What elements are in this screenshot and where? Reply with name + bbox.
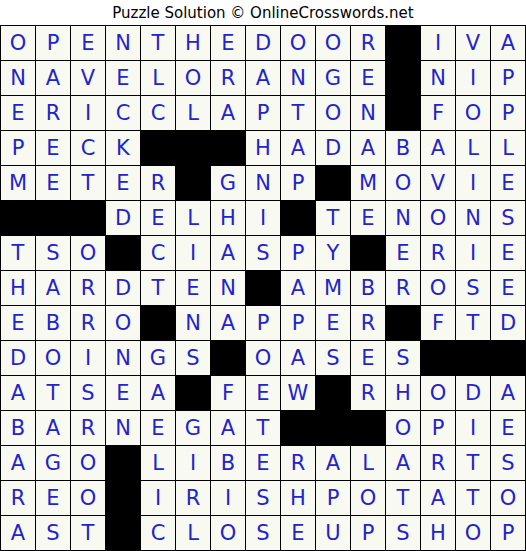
letter-cell-r2c13: N xyxy=(421,61,455,95)
block-cell-r6c2 xyxy=(36,201,70,235)
letter-cell-r5c12: O xyxy=(386,166,420,200)
letter-cell-r4c14: L xyxy=(456,131,490,165)
letter-cell-r1c3: E xyxy=(71,26,105,60)
letter-cell-r12c1: B xyxy=(1,411,35,445)
letter-cell-r15c2: S xyxy=(36,516,70,550)
block-cell-r4c5 xyxy=(141,131,175,165)
letter-cell-r10c5: G xyxy=(141,341,175,375)
letter-cell-r9c11: R xyxy=(351,306,385,340)
letter-cell-r13c6: I xyxy=(176,446,210,480)
letter-cell-r2c1: N xyxy=(1,61,35,95)
block-cell-r2c12 xyxy=(386,61,420,95)
letter-cell-r6c12: N xyxy=(386,201,420,235)
letter-cell-r5c4: E xyxy=(106,166,140,200)
block-cell-r9c5 xyxy=(141,306,175,340)
block-cell-r9c12 xyxy=(386,306,420,340)
letter-cell-r8c1: H xyxy=(1,271,35,305)
letter-cell-r6c15: S xyxy=(491,201,525,235)
letter-cell-r9c3: R xyxy=(71,306,105,340)
block-cell-r4c6 xyxy=(176,131,210,165)
letter-cell-r7c12: E xyxy=(386,236,420,270)
letter-cell-r10c8: O xyxy=(246,341,280,375)
letter-cell-r7c9: P xyxy=(281,236,315,270)
letter-cell-r15c13: H xyxy=(421,516,455,550)
letter-cell-r15c3: T xyxy=(71,516,105,550)
letter-cell-r2c3: V xyxy=(71,61,105,95)
letter-cell-r3c2: R xyxy=(36,96,70,130)
block-cell-r6c1 xyxy=(1,201,35,235)
letter-cell-r9c9: P xyxy=(281,306,315,340)
block-cell-r6c9 xyxy=(281,201,315,235)
letter-cell-r14c3: O xyxy=(71,481,105,515)
letter-cell-r10c6: S xyxy=(176,341,210,375)
letter-cell-r4c2: E xyxy=(36,131,70,165)
letter-cell-r9c1: E xyxy=(1,306,35,340)
letter-cell-r15c8: S xyxy=(246,516,280,550)
letter-cell-r1c8: D xyxy=(246,26,280,60)
letter-cell-r9c14: T xyxy=(456,306,490,340)
letter-cell-r6c4: D xyxy=(106,201,140,235)
letter-cell-r14c13: A xyxy=(421,481,455,515)
block-cell-r7c11 xyxy=(351,236,385,270)
block-cell-r5c10 xyxy=(316,166,350,200)
block-cell-r6c3 xyxy=(71,201,105,235)
letter-cell-r11c12: H xyxy=(386,376,420,410)
letter-cell-r2c2: A xyxy=(36,61,70,95)
letter-cell-r3c6: L xyxy=(176,96,210,130)
letter-cell-r14c15: O xyxy=(491,481,525,515)
letter-cell-r5c3: T xyxy=(71,166,105,200)
letter-cell-r5c13: V xyxy=(421,166,455,200)
letter-cell-r15c5: C xyxy=(141,516,175,550)
letter-cell-r15c9: E xyxy=(281,516,315,550)
letter-cell-r12c14: I xyxy=(456,411,490,445)
letter-cell-r2c8: A xyxy=(246,61,280,95)
letter-cell-r11c7: F xyxy=(211,376,245,410)
letter-cell-r4c1: P xyxy=(1,131,35,165)
letter-cell-r1c15: A xyxy=(491,26,525,60)
block-cell-r10c13 xyxy=(421,341,455,375)
letter-cell-r13c13: R xyxy=(421,446,455,480)
block-cell-r14c4 xyxy=(106,481,140,515)
letter-cell-r8c4: D xyxy=(106,271,140,305)
letter-cell-r9c15: D xyxy=(491,306,525,340)
letter-cell-r14c9: H xyxy=(281,481,315,515)
letter-cell-r2c7: R xyxy=(211,61,245,95)
letter-cell-r13c12: A xyxy=(386,446,420,480)
letter-cell-r8c5: T xyxy=(141,271,175,305)
letter-cell-r7c6: I xyxy=(176,236,210,270)
letter-cell-r10c9: A xyxy=(281,341,315,375)
letter-cell-r13c11: L xyxy=(351,446,385,480)
letter-cell-r4c12: B xyxy=(386,131,420,165)
letter-cell-r11c15: A xyxy=(491,376,525,410)
block-cell-r10c7 xyxy=(211,341,245,375)
block-cell-r7c4 xyxy=(106,236,140,270)
letter-cell-r13c15: S xyxy=(491,446,525,480)
letter-cell-r1c13: I xyxy=(421,26,455,60)
letter-cell-r10c12: S xyxy=(386,341,420,375)
block-cell-r13c4 xyxy=(106,446,140,480)
letter-cell-r2c5: L xyxy=(141,61,175,95)
letter-cell-r3c3: I xyxy=(71,96,105,130)
block-cell-r12c10 xyxy=(316,411,350,445)
letter-cell-r10c10: S xyxy=(316,341,350,375)
letter-cell-r4c15: L xyxy=(491,131,525,165)
letter-cell-r15c14: O xyxy=(456,516,490,550)
letter-cell-r3c14: O xyxy=(456,96,490,130)
letter-cell-r3c15: P xyxy=(491,96,525,130)
letter-cell-r6c14: N xyxy=(456,201,490,235)
letter-cell-r1c14: V xyxy=(456,26,490,60)
block-cell-r11c6 xyxy=(176,376,210,410)
letter-cell-r15c10: U xyxy=(316,516,350,550)
letter-cell-r15c6: L xyxy=(176,516,210,550)
letter-cell-r5c1: M xyxy=(1,166,35,200)
letter-cell-r11c9: W xyxy=(281,376,315,410)
title-bar: Puzzle Solution © OnlineCrosswords.net xyxy=(0,0,526,25)
letter-cell-r13c10: A xyxy=(316,446,350,480)
block-cell-r12c11 xyxy=(351,411,385,445)
letter-cell-r8c6: E xyxy=(176,271,210,305)
letter-cell-r6c7: H xyxy=(211,201,245,235)
letter-cell-r3c9: T xyxy=(281,96,315,130)
block-cell-r4c7 xyxy=(211,131,245,165)
letter-cell-r10c3: I xyxy=(71,341,105,375)
letter-cell-r14c7: I xyxy=(211,481,245,515)
letter-cell-r9c4: O xyxy=(106,306,140,340)
letter-cell-r14c6: R xyxy=(176,481,210,515)
letter-cell-r6c6: L xyxy=(176,201,210,235)
letter-cell-r10c4: N xyxy=(106,341,140,375)
letter-cell-r15c11: P xyxy=(351,516,385,550)
letter-cell-r2c10: G xyxy=(316,61,350,95)
page-title: Puzzle Solution © OnlineCrosswords.net xyxy=(112,4,413,22)
letter-cell-r4c4: K xyxy=(106,131,140,165)
letter-cell-r12c13: P xyxy=(421,411,455,445)
letter-cell-r3c10: O xyxy=(316,96,350,130)
letter-cell-r1c11: R xyxy=(351,26,385,60)
puzzle-solution-page: Puzzle Solution © OnlineCrosswords.net O… xyxy=(0,0,526,551)
letter-cell-r9c8: P xyxy=(246,306,280,340)
letter-cell-r14c10: P xyxy=(316,481,350,515)
letter-cell-r8c3: R xyxy=(71,271,105,305)
letter-cell-r12c8: T xyxy=(246,411,280,445)
letter-cell-r5c5: R xyxy=(141,166,175,200)
letter-cell-r4c9: A xyxy=(281,131,315,165)
letter-cell-r7c15: E xyxy=(491,236,525,270)
letter-cell-r13c14: T xyxy=(456,446,490,480)
letter-cell-r1c7: E xyxy=(211,26,245,60)
letter-cell-r1c5: T xyxy=(141,26,175,60)
letter-cell-r7c7: A xyxy=(211,236,245,270)
letter-cell-r3c4: C xyxy=(106,96,140,130)
letter-cell-r1c4: N xyxy=(106,26,140,60)
letter-cell-r2c14: I xyxy=(456,61,490,95)
crossword-grid: OPENTHEDOORIVANAVELORANGENIPERICCLAPTONF… xyxy=(0,25,526,551)
letter-cell-r10c2: O xyxy=(36,341,70,375)
letter-cell-r13c5: L xyxy=(141,446,175,480)
letter-cell-r11c5: A xyxy=(141,376,175,410)
letter-cell-r5c11: M xyxy=(351,166,385,200)
letter-cell-r11c4: E xyxy=(106,376,140,410)
letter-cell-r11c13: O xyxy=(421,376,455,410)
letter-cell-r3c7: A xyxy=(211,96,245,130)
letter-cell-r5c7: G xyxy=(211,166,245,200)
letter-cell-r14c11: O xyxy=(351,481,385,515)
letter-cell-r7c10: Y xyxy=(316,236,350,270)
letter-cell-r14c2: E xyxy=(36,481,70,515)
letter-cell-r15c12: S xyxy=(386,516,420,550)
letter-cell-r8c13: O xyxy=(421,271,455,305)
letter-cell-r13c9: R xyxy=(281,446,315,480)
letter-cell-r11c8: E xyxy=(246,376,280,410)
letter-cell-r8c11: B xyxy=(351,271,385,305)
letter-cell-r7c13: R xyxy=(421,236,455,270)
letter-cell-r7c14: I xyxy=(456,236,490,270)
letter-cell-r9c10: E xyxy=(316,306,350,340)
letter-cell-r8c7: N xyxy=(211,271,245,305)
letter-cell-r6c5: E xyxy=(141,201,175,235)
letter-cell-r2c11: E xyxy=(351,61,385,95)
block-cell-r1c12 xyxy=(386,26,420,60)
letter-cell-r1c6: H xyxy=(176,26,210,60)
letter-cell-r14c12: T xyxy=(386,481,420,515)
letter-cell-r7c3: O xyxy=(71,236,105,270)
letter-cell-r13c3: O xyxy=(71,446,105,480)
letter-cell-r7c2: S xyxy=(36,236,70,270)
letter-cell-r5c15: E xyxy=(491,166,525,200)
letter-cell-r9c2: B xyxy=(36,306,70,340)
letter-cell-r5c14: I xyxy=(456,166,490,200)
letter-cell-r3c8: P xyxy=(246,96,280,130)
letter-cell-r3c13: F xyxy=(421,96,455,130)
letter-cell-r8c9: A xyxy=(281,271,315,305)
letter-cell-r15c7: O xyxy=(211,516,245,550)
letter-cell-r12c12: O xyxy=(386,411,420,445)
letter-cell-r2c4: E xyxy=(106,61,140,95)
letter-cell-r4c8: H xyxy=(246,131,280,165)
letter-cell-r3c11: N xyxy=(351,96,385,130)
letter-cell-r2c15: P xyxy=(491,61,525,95)
letter-cell-r6c8: I xyxy=(246,201,280,235)
letter-cell-r9c7: A xyxy=(211,306,245,340)
letter-cell-r14c5: I xyxy=(141,481,175,515)
letter-cell-r6c11: E xyxy=(351,201,385,235)
letter-cell-r4c3: C xyxy=(71,131,105,165)
letter-cell-r5c9: P xyxy=(281,166,315,200)
letter-cell-r1c1: O xyxy=(1,26,35,60)
letter-cell-r14c1: R xyxy=(1,481,35,515)
letter-cell-r6c10: T xyxy=(316,201,350,235)
block-cell-r10c15 xyxy=(491,341,525,375)
letter-cell-r9c6: N xyxy=(176,306,210,340)
letter-cell-r8c12: R xyxy=(386,271,420,305)
block-cell-r8c8 xyxy=(246,271,280,305)
letter-cell-r4c10: D xyxy=(316,131,350,165)
letter-cell-r12c4: N xyxy=(106,411,140,445)
block-cell-r12c9 xyxy=(281,411,315,445)
letter-cell-r1c9: O xyxy=(281,26,315,60)
letter-cell-r8c14: S xyxy=(456,271,490,305)
letter-cell-r14c8: S xyxy=(246,481,280,515)
letter-cell-r15c1: A xyxy=(1,516,35,550)
letter-cell-r12c15: E xyxy=(491,411,525,445)
letter-cell-r1c10: O xyxy=(316,26,350,60)
block-cell-r15c4 xyxy=(106,516,140,550)
letter-cell-r4c13: A xyxy=(421,131,455,165)
letter-cell-r1c2: P xyxy=(36,26,70,60)
letter-cell-r12c5: E xyxy=(141,411,175,445)
letter-cell-r6c13: O xyxy=(421,201,455,235)
letter-cell-r3c5: C xyxy=(141,96,175,130)
letter-cell-r5c2: E xyxy=(36,166,70,200)
letter-cell-r7c8: S xyxy=(246,236,280,270)
letter-cell-r13c7: B xyxy=(211,446,245,480)
letter-cell-r2c9: N xyxy=(281,61,315,95)
letter-cell-r8c15: E xyxy=(491,271,525,305)
letter-cell-r7c5: C xyxy=(141,236,175,270)
letter-cell-r4c11: A xyxy=(351,131,385,165)
letter-cell-r11c2: T xyxy=(36,376,70,410)
letter-cell-r13c1: A xyxy=(1,446,35,480)
letter-cell-r8c10: M xyxy=(316,271,350,305)
letter-cell-r12c3: R xyxy=(71,411,105,445)
letter-cell-r11c14: D xyxy=(456,376,490,410)
block-cell-r3c12 xyxy=(386,96,420,130)
letter-cell-r14c14: T xyxy=(456,481,490,515)
letter-cell-r2c6: O xyxy=(176,61,210,95)
letter-cell-r11c1: A xyxy=(1,376,35,410)
letter-cell-r13c8: E xyxy=(246,446,280,480)
letter-cell-r3c1: E xyxy=(1,96,35,130)
letter-cell-r10c1: D xyxy=(1,341,35,375)
block-cell-r11c10 xyxy=(316,376,350,410)
letter-cell-r8c2: A xyxy=(36,271,70,305)
letter-cell-r9c13: F xyxy=(421,306,455,340)
block-cell-r10c14 xyxy=(456,341,490,375)
letter-cell-r11c11: R xyxy=(351,376,385,410)
letter-cell-r5c8: N xyxy=(246,166,280,200)
letter-cell-r10c11: E xyxy=(351,341,385,375)
letter-cell-r12c6: G xyxy=(176,411,210,445)
block-cell-r5c6 xyxy=(176,166,210,200)
letter-cell-r11c3: S xyxy=(71,376,105,410)
letter-cell-r7c1: T xyxy=(1,236,35,270)
letter-cell-r12c2: A xyxy=(36,411,70,445)
letter-cell-r15c15: P xyxy=(491,516,525,550)
letter-cell-r13c2: G xyxy=(36,446,70,480)
letter-cell-r12c7: A xyxy=(211,411,245,445)
